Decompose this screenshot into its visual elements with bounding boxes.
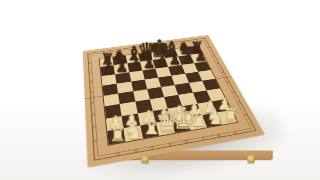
rank-label: 6 bbox=[215, 61, 222, 66]
square[interactable]: ♟ bbox=[114, 64, 129, 75]
square[interactable]: ♟ bbox=[101, 65, 116, 76]
chess-piece[interactable]: ♟ bbox=[102, 62, 115, 76]
square[interactable] bbox=[144, 77, 161, 89]
rank-label: 8 bbox=[87, 61, 92, 66]
chess-piece[interactable]: ♟ bbox=[156, 55, 169, 69]
chess-piece[interactable]: ♜ bbox=[108, 125, 126, 145]
rank-label: 5 bbox=[89, 89, 95, 95]
rank-label: 7 bbox=[88, 70, 93, 75]
rank-label: 3 bbox=[90, 111, 96, 118]
file-label: H bbox=[113, 151, 122, 157]
square[interactable]: ♜ bbox=[107, 128, 125, 144]
chess-piece[interactable]: ♟ bbox=[116, 60, 129, 74]
rank-label: 1 bbox=[241, 111, 249, 118]
chess-piece[interactable]: ♟ bbox=[194, 50, 206, 64]
file-label: B bbox=[214, 133, 224, 138]
chess-piece[interactable]: ♟ bbox=[143, 56, 156, 70]
chess-piece[interactable]: ♟ bbox=[169, 53, 182, 67]
file-label: D bbox=[182, 139, 192, 144]
square[interactable] bbox=[117, 81, 133, 93]
chess-board: ♜♞♝♛♚♝♞♜♟♟♟♟♟♟♟♟♟♟♟♟♟♟♟♟♜♞♝♛♚♝♞♜ HGFEDCB… bbox=[83, 35, 265, 168]
rank-label: 4 bbox=[90, 100, 96, 106]
chess-piece[interactable]: ♞ bbox=[124, 119, 144, 142]
file-label: A bbox=[230, 130, 240, 135]
scene: ♜♞♝♛♚♝♞♜♟♟♟♟♟♟♟♟♟♟♟♟♟♟♟♟♜♞♝♛♚♝♞♜ HGFEDCB… bbox=[0, 0, 300, 180]
chess-piece[interactable]: ♟ bbox=[182, 51, 194, 65]
file-label: G bbox=[131, 148, 141, 154]
brass-latch-icon bbox=[142, 155, 149, 162]
rank-label: 7 bbox=[210, 53, 216, 58]
rank-label: 8 bbox=[206, 46, 212, 50]
rank-label: 4 bbox=[224, 79, 231, 85]
file-label: E bbox=[165, 142, 175, 148]
file-label: C bbox=[198, 136, 208, 141]
rank-label: 6 bbox=[89, 79, 94, 85]
brass-latch-icon bbox=[247, 155, 254, 162]
rank-label: 1 bbox=[92, 137, 98, 145]
chess-piece[interactable]: ♟ bbox=[129, 58, 142, 72]
square[interactable]: ♟ bbox=[127, 62, 142, 72]
rank-label: 2 bbox=[91, 123, 97, 130]
rank-labels-left: 87654321 bbox=[85, 59, 102, 149]
rank-label: 5 bbox=[219, 70, 226, 75]
product-photo-chess-set: ♜♞♝♛♚♝♞♜♟♟♟♟♟♟♟♟♟♟♟♟♟♟♟♟♜♞♝♛♚♝♞♜ HGFEDCB… bbox=[0, 0, 300, 180]
square[interactable] bbox=[103, 83, 119, 95]
